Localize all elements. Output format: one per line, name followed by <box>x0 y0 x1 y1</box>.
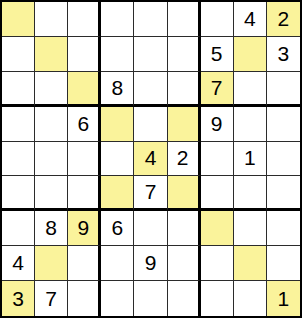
cell-r1c8[interactable]: 4 <box>234 2 267 37</box>
cell-r6c4[interactable] <box>101 176 134 211</box>
cell-r8c5[interactable]: 9 <box>134 246 167 281</box>
cell-r5c6[interactable]: 2 <box>168 142 201 177</box>
cell-r2c3[interactable] <box>68 37 101 72</box>
cell-r4c2[interactable] <box>35 107 68 142</box>
cell-r4c9[interactable] <box>267 107 300 142</box>
cell-r3c1[interactable] <box>2 72 35 107</box>
cell-r6c8[interactable] <box>234 176 267 211</box>
cell-r3c5[interactable] <box>134 72 167 107</box>
cell-r2c5[interactable] <box>134 37 167 72</box>
cell-r1c9[interactable]: 2 <box>267 2 300 37</box>
cell-r3c3[interactable] <box>68 72 101 107</box>
cell-r9c4[interactable] <box>101 281 134 316</box>
cell-r8c7[interactable] <box>201 246 234 281</box>
cell-r1c2[interactable] <box>35 2 68 37</box>
cell-r4c7[interactable]: 9 <box>201 107 234 142</box>
cell-r6c3[interactable] <box>68 176 101 211</box>
cell-r2c1[interactable] <box>2 37 35 72</box>
cell-r8c6[interactable] <box>168 246 201 281</box>
cell-r8c8[interactable] <box>234 246 267 281</box>
cell-r5c4[interactable] <box>101 142 134 177</box>
cell-r8c4[interactable] <box>101 246 134 281</box>
cell-r6c9[interactable] <box>267 176 300 211</box>
cell-r2c2[interactable] <box>35 37 68 72</box>
cell-r8c1[interactable]: 4 <box>2 246 35 281</box>
cell-r5c5[interactable]: 4 <box>134 142 167 177</box>
cell-r6c6[interactable] <box>168 176 201 211</box>
cell-r6c7[interactable] <box>201 176 234 211</box>
cell-r7c4[interactable]: 6 <box>101 211 134 246</box>
cell-r4c4[interactable] <box>101 107 134 142</box>
sudoku-board: 42538769421789649371 <box>0 0 302 318</box>
cell-r7c8[interactable] <box>234 211 267 246</box>
cell-r5c1[interactable] <box>2 142 35 177</box>
cell-r7c3[interactable]: 9 <box>68 211 101 246</box>
cell-r2c9[interactable]: 3 <box>267 37 300 72</box>
cell-r8c9[interactable] <box>267 246 300 281</box>
cell-r5c7[interactable] <box>201 142 234 177</box>
cell-r3c9[interactable] <box>267 72 300 107</box>
cell-r5c8[interactable]: 1 <box>234 142 267 177</box>
cell-r7c7[interactable] <box>201 211 234 246</box>
cell-r1c6[interactable] <box>168 2 201 37</box>
cell-r3c4[interactable]: 8 <box>101 72 134 107</box>
cell-r3c6[interactable] <box>168 72 201 107</box>
cell-r1c1[interactable] <box>2 2 35 37</box>
cell-r7c5[interactable] <box>134 211 167 246</box>
cell-r1c7[interactable] <box>201 2 234 37</box>
cell-r9c8[interactable] <box>234 281 267 316</box>
cell-r3c2[interactable] <box>35 72 68 107</box>
cell-r8c2[interactable] <box>35 246 68 281</box>
cell-r3c8[interactable] <box>234 72 267 107</box>
cell-r3c7[interactable]: 7 <box>201 72 234 107</box>
cell-r9c7[interactable] <box>201 281 234 316</box>
cell-r4c6[interactable] <box>168 107 201 142</box>
cell-r6c5[interactable]: 7 <box>134 176 167 211</box>
cell-r7c2[interactable]: 8 <box>35 211 68 246</box>
cell-r2c7[interactable]: 5 <box>201 37 234 72</box>
cell-r2c6[interactable] <box>168 37 201 72</box>
cell-r4c8[interactable] <box>234 107 267 142</box>
cell-r1c3[interactable] <box>68 2 101 37</box>
cell-r7c9[interactable] <box>267 211 300 246</box>
cell-r1c5[interactable] <box>134 2 167 37</box>
cell-r9c6[interactable] <box>168 281 201 316</box>
cell-r1c4[interactable] <box>101 2 134 37</box>
cell-r6c1[interactable] <box>2 176 35 211</box>
cell-r8c3[interactable] <box>68 246 101 281</box>
cell-r9c2[interactable]: 7 <box>35 281 68 316</box>
cell-r9c5[interactable] <box>134 281 167 316</box>
cell-r7c6[interactable] <box>168 211 201 246</box>
cell-r9c1[interactable]: 3 <box>2 281 35 316</box>
cell-r5c2[interactable] <box>35 142 68 177</box>
cell-r4c5[interactable] <box>134 107 167 142</box>
cell-r2c8[interactable] <box>234 37 267 72</box>
cell-r4c1[interactable] <box>2 107 35 142</box>
cell-r5c9[interactable] <box>267 142 300 177</box>
cell-r5c3[interactable] <box>68 142 101 177</box>
cell-r9c3[interactable] <box>68 281 101 316</box>
cell-r7c1[interactable] <box>2 211 35 246</box>
cell-r6c2[interactable] <box>35 176 68 211</box>
cell-r2c4[interactable] <box>101 37 134 72</box>
cell-r9c9[interactable]: 1 <box>267 281 300 316</box>
cell-r4c3[interactable]: 6 <box>68 107 101 142</box>
